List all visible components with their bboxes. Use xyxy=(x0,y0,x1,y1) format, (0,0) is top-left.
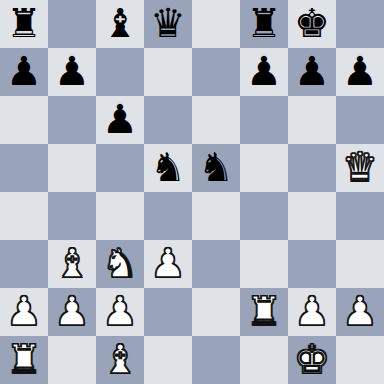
square-a5[interactable] xyxy=(0,144,48,192)
square-e7[interactable] xyxy=(192,48,240,96)
square-h1[interactable] xyxy=(336,336,384,384)
piece-black-knight[interactable]: ♞ xyxy=(198,143,234,191)
square-c5[interactable] xyxy=(96,144,144,192)
piece-black-knight[interactable]: ♞ xyxy=(150,143,186,191)
piece-white-knight[interactable]: ♞ xyxy=(102,239,138,287)
square-e1[interactable] xyxy=(192,336,240,384)
square-e2[interactable] xyxy=(192,288,240,336)
piece-black-bishop[interactable]: ♝ xyxy=(102,0,138,47)
piece-black-pawn[interactable]: ♟ xyxy=(246,47,282,95)
square-f2[interactable]: ♜ xyxy=(240,288,288,336)
piece-white-king[interactable]: ♚ xyxy=(294,335,330,383)
square-a1[interactable]: ♜ xyxy=(0,336,48,384)
square-e3[interactable] xyxy=(192,240,240,288)
piece-white-pawn[interactable]: ♟ xyxy=(6,287,42,335)
square-d3[interactable]: ♟ xyxy=(144,240,192,288)
square-c6[interactable]: ♟ xyxy=(96,96,144,144)
piece-black-queen[interactable]: ♛ xyxy=(150,0,186,47)
square-c2[interactable]: ♟ xyxy=(96,288,144,336)
square-f5[interactable] xyxy=(240,144,288,192)
square-g7[interactable]: ♟ xyxy=(288,48,336,96)
piece-white-pawn[interactable]: ♟ xyxy=(342,287,378,335)
square-d8[interactable]: ♛ xyxy=(144,0,192,48)
square-f6[interactable] xyxy=(240,96,288,144)
piece-black-king[interactable]: ♚ xyxy=(294,0,330,47)
square-e6[interactable] xyxy=(192,96,240,144)
square-d4[interactable] xyxy=(144,192,192,240)
piece-black-rook[interactable]: ♜ xyxy=(246,0,282,47)
square-c1[interactable]: ♝ xyxy=(96,336,144,384)
square-b3[interactable]: ♝ xyxy=(48,240,96,288)
piece-white-bishop[interactable]: ♝ xyxy=(102,335,138,383)
piece-black-pawn[interactable]: ♟ xyxy=(294,47,330,95)
piece-white-pawn[interactable]: ♟ xyxy=(150,239,186,287)
square-b7[interactable]: ♟ xyxy=(48,48,96,96)
square-f1[interactable] xyxy=(240,336,288,384)
square-g1[interactable]: ♚ xyxy=(288,336,336,384)
piece-black-pawn[interactable]: ♟ xyxy=(342,47,378,95)
square-d1[interactable] xyxy=(144,336,192,384)
piece-white-rook[interactable]: ♜ xyxy=(6,335,42,383)
chess-board: ♜♝♛♜♚♟♟♟♟♟♟♞♞♛♝♞♟♟♟♟♜♟♟♜♝♚ xyxy=(0,0,384,384)
square-c8[interactable]: ♝ xyxy=(96,0,144,48)
square-b2[interactable]: ♟ xyxy=(48,288,96,336)
square-a2[interactable]: ♟ xyxy=(0,288,48,336)
square-h7[interactable]: ♟ xyxy=(336,48,384,96)
square-d2[interactable] xyxy=(144,288,192,336)
square-h6[interactable] xyxy=(336,96,384,144)
square-d7[interactable] xyxy=(144,48,192,96)
square-c3[interactable]: ♞ xyxy=(96,240,144,288)
square-a3[interactable] xyxy=(0,240,48,288)
square-h2[interactable]: ♟ xyxy=(336,288,384,336)
piece-white-pawn[interactable]: ♟ xyxy=(54,287,90,335)
piece-white-rook[interactable]: ♜ xyxy=(246,287,282,335)
square-f8[interactable]: ♜ xyxy=(240,0,288,48)
piece-white-bishop[interactable]: ♝ xyxy=(54,239,90,287)
square-d5[interactable]: ♞ xyxy=(144,144,192,192)
square-b5[interactable] xyxy=(48,144,96,192)
square-g5[interactable] xyxy=(288,144,336,192)
square-b8[interactable] xyxy=(48,0,96,48)
piece-black-pawn[interactable]: ♟ xyxy=(6,47,42,95)
square-e5[interactable]: ♞ xyxy=(192,144,240,192)
square-h4[interactable] xyxy=(336,192,384,240)
square-a6[interactable] xyxy=(0,96,48,144)
piece-black-rook[interactable]: ♜ xyxy=(6,0,42,47)
square-b6[interactable] xyxy=(48,96,96,144)
square-g3[interactable] xyxy=(288,240,336,288)
square-f4[interactable] xyxy=(240,192,288,240)
square-f3[interactable] xyxy=(240,240,288,288)
square-a7[interactable]: ♟ xyxy=(0,48,48,96)
piece-white-queen[interactable]: ♛ xyxy=(342,143,378,191)
square-e4[interactable] xyxy=(192,192,240,240)
square-g8[interactable]: ♚ xyxy=(288,0,336,48)
piece-black-pawn[interactable]: ♟ xyxy=(54,47,90,95)
square-h3[interactable] xyxy=(336,240,384,288)
piece-black-pawn[interactable]: ♟ xyxy=(102,95,138,143)
square-g2[interactable]: ♟ xyxy=(288,288,336,336)
piece-white-pawn[interactable]: ♟ xyxy=(102,287,138,335)
square-g4[interactable] xyxy=(288,192,336,240)
square-h5[interactable]: ♛ xyxy=(336,144,384,192)
square-c4[interactable] xyxy=(96,192,144,240)
square-g6[interactable] xyxy=(288,96,336,144)
square-e8[interactable] xyxy=(192,0,240,48)
square-a4[interactable] xyxy=(0,192,48,240)
square-d6[interactable] xyxy=(144,96,192,144)
square-a8[interactable]: ♜ xyxy=(0,0,48,48)
square-c7[interactable] xyxy=(96,48,144,96)
square-b1[interactable] xyxy=(48,336,96,384)
square-h8[interactable] xyxy=(336,0,384,48)
square-b4[interactable] xyxy=(48,192,96,240)
square-f7[interactable]: ♟ xyxy=(240,48,288,96)
piece-white-pawn[interactable]: ♟ xyxy=(294,287,330,335)
